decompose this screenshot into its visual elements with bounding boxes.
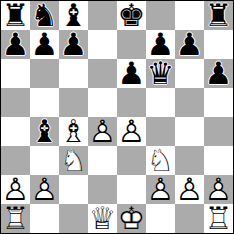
square-h6[interactable]: ♟	[204, 59, 233, 88]
square-d6[interactable]	[88, 59, 117, 88]
white-rook[interactable]: ♜♖	[1, 204, 30, 233]
square-c2[interactable]	[59, 175, 88, 204]
square-e3[interactable]	[117, 146, 146, 175]
square-d1[interactable]: ♛♕	[88, 204, 117, 233]
square-a6[interactable]	[1, 59, 30, 88]
white-pawn[interactable]: ♟♙	[30, 175, 59, 204]
square-c3[interactable]: ♞♘	[59, 146, 88, 175]
black-queen-glyph: ♛	[146, 59, 175, 88]
square-g1[interactable]	[175, 204, 204, 233]
black-rook[interactable]: ♜	[204, 1, 233, 30]
square-b1[interactable]	[30, 204, 59, 233]
black-pawn[interactable]: ♟	[117, 59, 146, 88]
black-pawn[interactable]: ♟	[59, 30, 88, 59]
black-bishop-glyph: ♝	[30, 117, 59, 146]
white-pawn-outline: ♙	[88, 117, 117, 146]
black-pawn[interactable]: ♟	[30, 30, 59, 59]
square-h4[interactable]	[204, 117, 233, 146]
white-pawn-outline: ♙	[117, 117, 146, 146]
square-e1[interactable]: ♚♔	[117, 204, 146, 233]
black-pawn[interactable]: ♟	[204, 59, 233, 88]
square-c6[interactable]	[59, 59, 88, 88]
square-h5[interactable]	[204, 88, 233, 117]
square-c1[interactable]	[59, 204, 88, 233]
white-pawn[interactable]: ♟♙	[146, 175, 175, 204]
square-e6[interactable]: ♟	[117, 59, 146, 88]
square-b4[interactable]: ♝	[30, 117, 59, 146]
square-g5[interactable]	[175, 88, 204, 117]
black-pawn-glyph: ♟	[30, 30, 59, 59]
square-a7[interactable]: ♟	[1, 30, 30, 59]
square-c7[interactable]: ♟	[59, 30, 88, 59]
square-f6[interactable]: ♛	[146, 59, 175, 88]
black-pawn-glyph: ♟	[175, 30, 204, 59]
square-g6[interactable]	[175, 59, 204, 88]
square-b2[interactable]: ♟♙	[30, 175, 59, 204]
chess-board: ♜♞♝♚♜♟♟♟♟♟♟♛♟♝♝♗♟♙♟♙♞♘♞♘♟♙♟♙♟♙♟♙♟♙♜♖♛♕♚♔…	[1, 1, 233, 233]
square-b7[interactable]: ♟	[30, 30, 59, 59]
square-d8[interactable]	[88, 1, 117, 30]
white-pawn-outline: ♙	[175, 175, 204, 204]
square-f1[interactable]	[146, 204, 175, 233]
black-pawn-glyph: ♟	[117, 59, 146, 88]
white-king-outline: ♔	[117, 204, 146, 233]
square-d4[interactable]: ♟♙	[88, 117, 117, 146]
black-king-glyph: ♚	[117, 1, 146, 30]
square-f5[interactable]	[146, 88, 175, 117]
black-king[interactable]: ♚	[117, 1, 146, 30]
square-g4[interactable]	[175, 117, 204, 146]
white-pawn[interactable]: ♟♙	[88, 117, 117, 146]
white-rook-outline: ♖	[204, 204, 233, 233]
square-a4[interactable]	[1, 117, 30, 146]
square-e4[interactable]: ♟♙	[117, 117, 146, 146]
white-pawn[interactable]: ♟♙	[117, 117, 146, 146]
black-bishop[interactable]: ♝	[30, 117, 59, 146]
square-a1[interactable]: ♜♖	[1, 204, 30, 233]
square-e8[interactable]: ♚	[117, 1, 146, 30]
white-queen-outline: ♕	[88, 204, 117, 233]
square-d3[interactable]	[88, 146, 117, 175]
black-queen[interactable]: ♛	[146, 59, 175, 88]
square-g7[interactable]: ♟	[175, 30, 204, 59]
white-rook-outline: ♖	[1, 204, 30, 233]
square-g2[interactable]: ♟♙	[175, 175, 204, 204]
square-b6[interactable]	[30, 59, 59, 88]
white-queen[interactable]: ♛♕	[88, 204, 117, 233]
white-pawn-outline: ♙	[146, 175, 175, 204]
black-pawn[interactable]: ♟	[1, 30, 30, 59]
black-pawn[interactable]: ♟	[175, 30, 204, 59]
square-d7[interactable]	[88, 30, 117, 59]
white-pawn[interactable]: ♟♙	[175, 175, 204, 204]
white-pawn-outline: ♙	[30, 175, 59, 204]
white-knight-outline: ♘	[59, 146, 88, 175]
white-knight[interactable]: ♞♘	[59, 146, 88, 175]
black-pawn-glyph: ♟	[204, 59, 233, 88]
square-h1[interactable]: ♜♖	[204, 204, 233, 233]
black-pawn-glyph: ♟	[1, 30, 30, 59]
square-f2[interactable]: ♟♙	[146, 175, 175, 204]
white-rook[interactable]: ♜♖	[204, 204, 233, 233]
chess-board-frame: ♜♞♝♚♜♟♟♟♟♟♟♛♟♝♝♗♟♙♟♙♞♘♞♘♟♙♟♙♟♙♟♙♟♙♜♖♛♕♚♔…	[0, 0, 234, 234]
black-rook-glyph: ♜	[204, 1, 233, 30]
square-h8[interactable]: ♜	[204, 1, 233, 30]
square-a5[interactable]	[1, 88, 30, 117]
black-pawn-glyph: ♟	[59, 30, 88, 59]
white-king[interactable]: ♚♔	[117, 204, 146, 233]
